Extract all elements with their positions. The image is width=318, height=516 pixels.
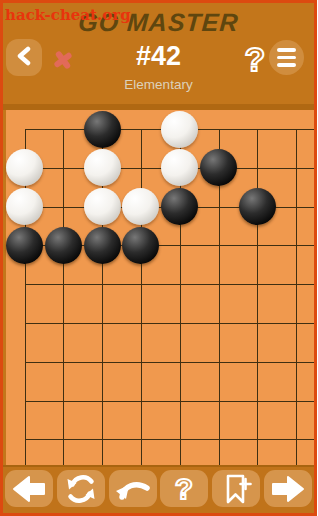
question-icon: ? [172, 471, 196, 507]
previous-problem-button[interactable] [5, 470, 53, 507]
stone-white [6, 188, 43, 225]
app-screen: hack-cheat.org GO MASTER #42 Elementary … [0, 0, 317, 516]
undo-button[interactable] [109, 470, 157, 507]
stone-white [161, 149, 198, 186]
stone-black [239, 188, 276, 225]
puzzle-number: #42 [3, 41, 314, 72]
hint-button[interactable]: ? [160, 470, 208, 507]
grid-line-horizontal [25, 401, 318, 402]
restart-button[interactable] [57, 470, 105, 507]
stone-white [122, 188, 159, 225]
stone-black [200, 149, 237, 186]
bottom-toolbar: ? [3, 465, 314, 513]
grid-line-vertical [257, 129, 258, 468]
grid-line-horizontal [25, 439, 318, 440]
stone-white [84, 188, 121, 225]
bookmark-plus-icon [218, 473, 254, 505]
svg-text:?: ? [175, 472, 193, 505]
next-problem-button[interactable] [264, 470, 312, 507]
stone-black [6, 227, 43, 264]
stone-black [84, 227, 121, 264]
stone-black [84, 111, 121, 148]
stone-black [122, 227, 159, 264]
grid-line-horizontal [25, 284, 318, 285]
grid-line-horizontal [25, 323, 318, 324]
watermark: hack-cheat.org [5, 6, 131, 24]
header: hack-cheat.org GO MASTER #42 Elementary … [3, 3, 314, 104]
grid-line-vertical [296, 129, 297, 468]
stone-black [161, 188, 198, 225]
stone-white [6, 149, 43, 186]
stone-white [161, 111, 198, 148]
undo-arrow-icon [114, 474, 152, 504]
grid-line-horizontal [25, 362, 318, 363]
arrow-right-icon [268, 474, 308, 504]
bookmark-button[interactable] [212, 470, 260, 507]
grid-line-vertical [141, 129, 142, 468]
refresh-icon [63, 473, 99, 505]
go-board[interactable] [6, 110, 317, 468]
stone-black [45, 227, 82, 264]
stone-white [84, 149, 121, 186]
arrow-left-icon [9, 474, 49, 504]
grid-line-vertical [63, 129, 64, 468]
